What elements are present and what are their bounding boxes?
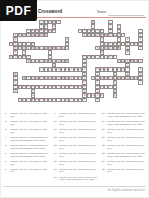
pdf-badge: PDF — [0, 0, 37, 21]
clue-text: Illegible clue text, far too small to be… — [10, 137, 50, 143]
clue-text: Illegible clue text, far too small to be… — [107, 153, 147, 159]
clue-item: 18.Illegible clue text, far too small to… — [102, 113, 147, 119]
clue-text: Illegible clue text, too small to read h… — [10, 113, 50, 119]
clue-text: Illegible clue text, too small to read h… — [59, 137, 99, 143]
clue-item: 5.Illegible clue text, far too small to … — [5, 145, 50, 151]
clue-text: Illegible clue text, too small to read h… — [59, 169, 99, 175]
clue-item: 16.Illegible clue text, too small to rea… — [54, 169, 99, 175]
clue-column-3: 18.Illegible clue text, far too small to… — [102, 113, 147, 177]
clue-text: Illegible clue text, too small to read h… — [10, 129, 50, 135]
clue-item: 21.Illegible clue text, too small to rea… — [102, 137, 147, 143]
clue-text: Illegible clue text, too small to read h… — [107, 145, 147, 151]
clue-item: 6.Illegible clue text, far too small to … — [5, 153, 50, 159]
clue-item: 11.Illegible clue text, too small to rea… — [54, 129, 99, 135]
clue-item: 9.Illegible clue text, too small to read… — [54, 113, 99, 119]
clue-text: Illegible clue text, far too small to be… — [10, 145, 50, 151]
clue-text: Illegible clue text, too small to read h… — [59, 121, 99, 127]
clue-item: 22.Illegible clue text, too small to rea… — [102, 145, 147, 151]
clue-text: Illegible clue text, far too small to be… — [107, 121, 147, 127]
clue-item: 10.Illegible clue text, too small to rea… — [54, 121, 99, 127]
clue-item: 8.Illegible clue text, too small to read… — [5, 169, 50, 175]
clue-text: Illegible clue text, far too small to be… — [10, 153, 50, 159]
clue-text: Illegible clue text, too small to read h… — [107, 169, 147, 175]
grid-cell-empty — [138, 98, 142, 102]
clue-text: Illegible clue text, too small to read h… — [59, 113, 99, 119]
pencil-icon: ✎ — [108, 188, 111, 192]
clue-text: Illegible clue text, too small to read h… — [59, 145, 99, 151]
clue-text: Illegible clue text, too small to read h… — [10, 169, 50, 175]
clue-item: 25.Illegible clue text, too small to rea… — [102, 169, 147, 175]
clue-item: 20.Illegible clue text, too small to rea… — [102, 129, 147, 135]
clue-item: 14.Illegible clue text, too small to rea… — [54, 153, 99, 159]
clue-text: Illegible clue text, far too small to be… — [107, 113, 147, 119]
clue-item: 12.Illegible clue text, too small to rea… — [54, 137, 99, 143]
clue-text: Illegible clue text, too small to read h… — [59, 129, 99, 135]
clue-item: 7.Illegible clue text, too small to read… — [5, 161, 50, 167]
footer-attribution: ✎ Illegible attribution small print — [108, 188, 145, 192]
clue-item: 23.Illegible clue text, far too small to… — [102, 153, 147, 159]
name-label: Name: — [97, 10, 107, 14]
clue-item: 17.Illegible clue text, far too small to… — [54, 177, 99, 183]
clue-text: Illegible clue text, too small to read h… — [59, 161, 99, 167]
clue-text: Illegible clue text, too small to read h… — [107, 161, 147, 167]
clue-item: 15.Illegible clue text, too small to rea… — [54, 161, 99, 167]
clue-item: 24.Illegible clue text, too small to rea… — [102, 161, 147, 167]
clue-item: 19.Illegible clue text, far too small to… — [102, 121, 147, 127]
clue-item: 3.Illegible clue text, too small to read… — [5, 129, 50, 135]
footer-text: Illegible attribution small print — [112, 189, 145, 192]
clue-column-1: 1.Illegible clue text, too small to read… — [5, 113, 50, 177]
name-blank-line — [108, 15, 144, 16]
clue-text: Illegible clue text, too small to read h… — [107, 137, 147, 143]
clue-item: 2.Illegible clue text, too small to read… — [5, 121, 50, 127]
clue-text: Illegible clue text, too small to read h… — [10, 161, 50, 167]
clue-item: 13.Illegible clue text, too small to rea… — [54, 145, 99, 151]
pdf-thumbnail[interactable]: PDF Crossword Name: ilrdtmltchlchcahespn… — [0, 0, 149, 198]
clue-text: Illegible clue text, too small to read h… — [10, 121, 50, 127]
clue-column-2: 9.Illegible clue text, too small to read… — [54, 113, 99, 184]
clue-item: 4.Illegible clue text, far too small to … — [5, 137, 50, 143]
clue-text: Illegible clue text, too small to read h… — [59, 153, 99, 159]
footer-divider — [3, 186, 146, 187]
crossword-grid: ilrdtmltchlchcahespnrdtcahsnlahespnmohes… — [9, 20, 143, 102]
clue-text: Illegible clue text, far too small to be… — [59, 177, 99, 183]
clue-text: Illegible clue text, too small to read h… — [107, 129, 147, 135]
clue-item: 1.Illegible clue text, too small to read… — [5, 113, 50, 119]
page-title: Crossword — [38, 9, 62, 14]
